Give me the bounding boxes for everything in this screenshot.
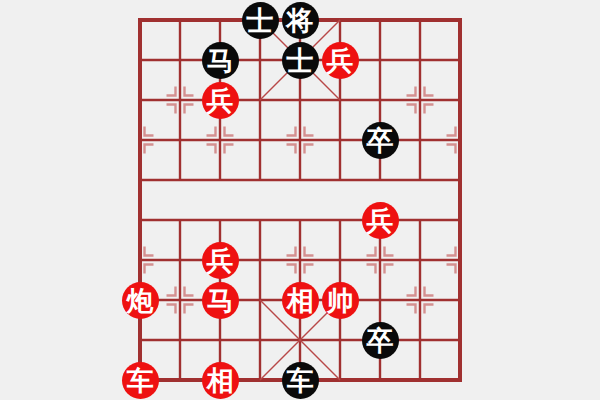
piece-black-soldier[interactable]: 卒 [362, 322, 399, 359]
xiangqi-board: 士将马士兵兵卒兵兵炮马相帅卒车相车 [0, 0, 600, 400]
piece-black-chariot[interactable]: 车 [282, 362, 319, 399]
piece-black-horse[interactable]: 马 [202, 42, 239, 79]
piece-red-horse[interactable]: 马 [202, 282, 239, 319]
piece-red-soldier[interactable]: 兵 [202, 242, 239, 279]
piece-red-cannon[interactable]: 炮 [122, 282, 159, 319]
piece-black-advisor[interactable]: 士 [242, 2, 279, 39]
piece-black-general[interactable]: 将 [282, 2, 319, 39]
piece-red-elephant[interactable]: 相 [202, 362, 239, 399]
piece-red-chariot[interactable]: 车 [122, 362, 159, 399]
piece-red-general[interactable]: 帅 [322, 282, 359, 319]
board-grid: 士将马士兵兵卒兵兵炮马相帅卒车相车 [120, 0, 480, 400]
piece-red-soldier[interactable]: 兵 [322, 42, 359, 79]
piece-red-soldier[interactable]: 兵 [202, 82, 239, 119]
piece-red-elephant[interactable]: 相 [282, 282, 319, 319]
piece-black-advisor[interactable]: 士 [282, 42, 319, 79]
piece-red-soldier[interactable]: 兵 [362, 202, 399, 239]
piece-black-soldier[interactable]: 卒 [362, 122, 399, 159]
